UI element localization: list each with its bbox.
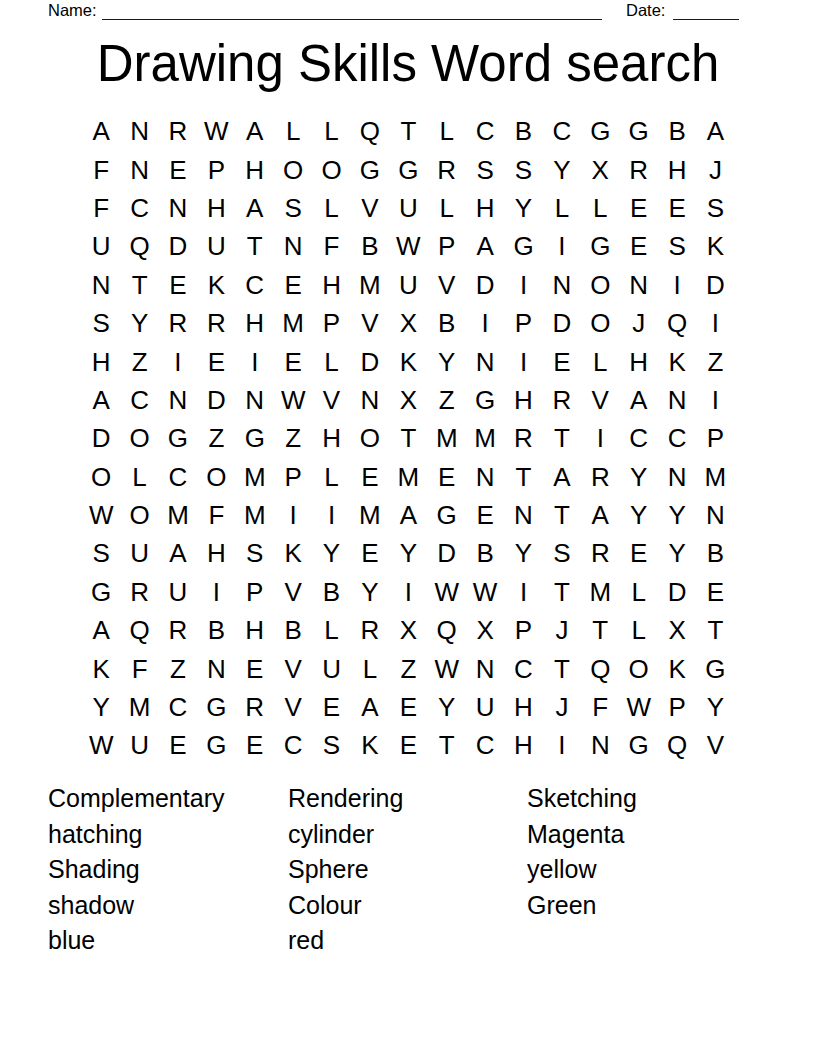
grid-cell[interactable]: O (120, 419, 158, 457)
grid-cell[interactable]: E (619, 189, 657, 227)
word-list-item: red (288, 923, 403, 959)
grid-cell[interactable]: P (504, 304, 542, 342)
grid-cell[interactable]: H (236, 304, 274, 342)
grid-cell[interactable]: E (696, 573, 734, 611)
grid-cell[interactable]: E (274, 342, 312, 380)
grid-cell[interactable]: R (543, 381, 581, 419)
grid-cell[interactable]: L (428, 189, 466, 227)
date-label: Date: (626, 1, 665, 19)
grid-cell[interactable]: U (389, 266, 427, 304)
grid-cell[interactable]: I (504, 266, 542, 304)
grid-cell[interactable]: U (82, 227, 120, 265)
grid-cell[interactable]: E (351, 534, 389, 572)
grid-cell[interactable]: L (428, 112, 466, 150)
grid-cell[interactable]: D (658, 573, 696, 611)
grid-cell[interactable]: U (120, 534, 158, 572)
grid-cell[interactable]: C (543, 112, 581, 150)
grid-cell[interactable]: N (351, 381, 389, 419)
grid-cell[interactable]: O (197, 458, 235, 496)
grid-cell[interactable]: Y (428, 688, 466, 726)
grid-cell[interactable]: R (159, 112, 197, 150)
grid-cell[interactable]: I (696, 381, 734, 419)
grid-cell[interactable]: G (197, 688, 235, 726)
grid-cell[interactable]: S (466, 150, 504, 188)
grid-cell[interactable]: R (504, 419, 542, 457)
grid-cell[interactable]: B (428, 304, 466, 342)
grid-cell[interactable]: I (696, 304, 734, 342)
grid-cell[interactable]: U (466, 688, 504, 726)
grid-cell[interactable]: A (351, 688, 389, 726)
grid-cell[interactable]: N (696, 496, 734, 534)
grid-cell[interactable]: S (696, 189, 734, 227)
grid-cell[interactable]: W (274, 381, 312, 419)
grid-cell[interactable]: W (466, 573, 504, 611)
grid-cell[interactable]: Q (581, 649, 619, 687)
grid-cell[interactable]: L (543, 189, 581, 227)
grid-cell[interactable]: C (658, 419, 696, 457)
word-list-item: Green (527, 888, 637, 924)
grid-cell[interactable]: D (82, 419, 120, 457)
grid-cell[interactable]: E (159, 150, 197, 188)
grid-cell[interactable]: K (274, 534, 312, 572)
grid-cell[interactable]: N (236, 381, 274, 419)
word-list-column-2: RenderingcylinderSphereColourred (288, 781, 403, 959)
grid-cell[interactable]: M (389, 458, 427, 496)
grid-cell[interactable]: G (389, 150, 427, 188)
grid-cell[interactable]: N (581, 726, 619, 764)
grid-cell[interactable]: J (696, 150, 734, 188)
grid-cell[interactable]: A (82, 611, 120, 649)
grid-cell[interactable]: M (696, 458, 734, 496)
grid-cell[interactable]: G (159, 419, 197, 457)
grid-cell[interactable]: I (581, 419, 619, 457)
grid-cell[interactable]: A (82, 381, 120, 419)
grid-cell[interactable]: E (466, 496, 504, 534)
grid-cell[interactable]: Z (197, 419, 235, 457)
grid-cell[interactable]: U (197, 227, 235, 265)
grid-cell[interactable]: C (159, 458, 197, 496)
grid-cell[interactable]: I (504, 573, 542, 611)
grid-cell[interactable]: G (351, 150, 389, 188)
grid-cell[interactable]: F (82, 189, 120, 227)
grid-cell[interactable]: Y (543, 150, 581, 188)
grid-cell[interactable]: Y (389, 534, 427, 572)
grid-cell[interactable]: L (312, 342, 350, 380)
grid-cell[interactable]: T (696, 611, 734, 649)
grid-cell[interactable]: D (543, 304, 581, 342)
grid-cell[interactable]: A (543, 458, 581, 496)
grid-cell[interactable]: X (658, 611, 696, 649)
grid-cell[interactable]: E (619, 534, 657, 572)
grid-cell[interactable]: N (274, 227, 312, 265)
grid-cell[interactable]: Y (619, 496, 657, 534)
grid-cell[interactable]: F (581, 688, 619, 726)
grid-cell[interactable]: Q (658, 726, 696, 764)
grid-cell[interactable]: C (466, 726, 504, 764)
grid-cell[interactable]: U (159, 573, 197, 611)
grid-cell[interactable]: T (389, 419, 427, 457)
word-list-item: cylinder (288, 817, 403, 853)
grid-cell[interactable]: M (236, 458, 274, 496)
grid-cell[interactable]: M (351, 266, 389, 304)
grid-cell[interactable]: S (658, 227, 696, 265)
grid-cell[interactable]: L (312, 112, 350, 150)
grid-cell[interactable]: M (466, 419, 504, 457)
grid-cell[interactable]: L (120, 458, 158, 496)
grid-cell[interactable]: V (274, 573, 312, 611)
grid-cell[interactable]: I (274, 496, 312, 534)
grid-cell[interactable]: H (504, 688, 542, 726)
grid-cell[interactable]: G (236, 419, 274, 457)
grid-cell[interactable]: N (120, 112, 158, 150)
grid-cell[interactable]: O (581, 304, 619, 342)
grid-cell[interactable]: R (581, 458, 619, 496)
grid-cell[interactable]: Y (658, 534, 696, 572)
grid-cell[interactable]: A (236, 189, 274, 227)
grid-cell[interactable]: Y (696, 688, 734, 726)
grid-cell[interactable]: E (351, 458, 389, 496)
grid-cell[interactable]: D (159, 227, 197, 265)
grid-cell[interactable]: X (581, 150, 619, 188)
name-input-line[interactable] (102, 19, 602, 20)
grid-cell[interactable]: Q (351, 112, 389, 150)
grid-cell[interactable]: F (120, 649, 158, 687)
grid-cell[interactable]: Z (159, 649, 197, 687)
grid-cell[interactable]: C (274, 726, 312, 764)
grid-cell[interactable]: R (159, 304, 197, 342)
grid-cell[interactable]: C (504, 649, 542, 687)
grid-cell[interactable]: L (581, 342, 619, 380)
grid-cell[interactable]: G (696, 649, 734, 687)
grid-cell[interactable]: B (696, 534, 734, 572)
grid-cell[interactable]: R (428, 150, 466, 188)
grid-cell[interactable]: G (197, 726, 235, 764)
grid-cell[interactable]: A (389, 496, 427, 534)
grid-cell[interactable]: O (581, 266, 619, 304)
grid-cell[interactable]: Y (351, 573, 389, 611)
grid-cell[interactable]: W (389, 227, 427, 265)
grid-cell[interactable]: Y (312, 534, 350, 572)
grid-cell[interactable]: G (619, 112, 657, 150)
grid-cell[interactable]: K (658, 342, 696, 380)
grid-cell[interactable]: C (159, 688, 197, 726)
grid-cell[interactable]: S (82, 534, 120, 572)
grid-cell[interactable]: I (543, 726, 581, 764)
grid-cell[interactable]: I (197, 573, 235, 611)
grid-cell[interactable]: L (351, 649, 389, 687)
grid-cell[interactable]: N (466, 458, 504, 496)
grid-cell[interactable]: X (389, 304, 427, 342)
grid-cell[interactable]: G (581, 112, 619, 150)
grid-cell[interactable]: W (619, 688, 657, 726)
grid-cell[interactable]: Y (120, 304, 158, 342)
grid-cell[interactable]: Y (504, 534, 542, 572)
grid-cell[interactable]: O (274, 150, 312, 188)
grid-cell[interactable]: I (504, 342, 542, 380)
grid-cell[interactable]: L (619, 573, 657, 611)
grid-cell[interactable]: O (82, 458, 120, 496)
grid-cell[interactable]: T (236, 227, 274, 265)
grid-cell[interactable]: F (312, 227, 350, 265)
grid-cell[interactable]: O (619, 649, 657, 687)
grid-cell[interactable]: A (696, 112, 734, 150)
grid-cell[interactable]: V (351, 304, 389, 342)
grid-cell[interactable]: B (197, 611, 235, 649)
grid-cell[interactable]: T (581, 611, 619, 649)
grid-cell[interactable]: R (581, 534, 619, 572)
grid-cell[interactable]: E (236, 726, 274, 764)
grid-cell[interactable]: R (619, 150, 657, 188)
grid-cell[interactable]: N (658, 381, 696, 419)
word-list: ComplementaryhatchingShadingshadowblue R… (0, 781, 816, 981)
grid-cell[interactable]: N (619, 266, 657, 304)
grid-cell[interactable]: K (389, 342, 427, 380)
grid-cell[interactable]: K (658, 649, 696, 687)
grid-cell[interactable]: P (197, 150, 235, 188)
grid-cell[interactable]: H (197, 189, 235, 227)
grid-cell[interactable]: A (466, 227, 504, 265)
grid-cell[interactable]: M (581, 573, 619, 611)
grid-cell[interactable]: N (159, 381, 197, 419)
grid-cell[interactable]: N (120, 150, 158, 188)
grid-cell[interactable]: G (619, 726, 657, 764)
grid-cell[interactable]: M (159, 496, 197, 534)
grid-cell[interactable]: Z (696, 342, 734, 380)
grid-cell[interactable]: C (120, 381, 158, 419)
grid-cell[interactable]: K (351, 726, 389, 764)
grid-cell[interactable]: M (120, 688, 158, 726)
grid-cell[interactable]: E (428, 458, 466, 496)
grid-cell[interactable]: H (504, 726, 542, 764)
grid-cell[interactable]: B (312, 573, 350, 611)
grid-cell[interactable]: U (312, 649, 350, 687)
grid-cell[interactable]: Z (120, 342, 158, 380)
grid-cell[interactable]: H (619, 342, 657, 380)
grid-cell[interactable]: H (236, 150, 274, 188)
grid-cell[interactable]: V (274, 649, 312, 687)
grid-cell[interactable]: H (312, 419, 350, 457)
grid-cell[interactable]: V (428, 266, 466, 304)
grid-cell[interactable]: I (543, 227, 581, 265)
grid-cell[interactable]: S (543, 534, 581, 572)
grid-cell[interactable]: S (236, 534, 274, 572)
grid-cell[interactable]: R (159, 611, 197, 649)
grid-cell[interactable]: I (159, 342, 197, 380)
grid-cell[interactable]: E (236, 649, 274, 687)
grid-cell[interactable]: X (466, 611, 504, 649)
grid-cell[interactable]: P (274, 458, 312, 496)
grid-cell[interactable]: D (466, 266, 504, 304)
grid-cell[interactable]: H (504, 381, 542, 419)
grid-cell[interactable]: M (351, 496, 389, 534)
grid-cell[interactable]: W (197, 112, 235, 150)
grid-cell[interactable]: F (82, 150, 120, 188)
grid-cell[interactable]: K (696, 227, 734, 265)
grid-cell[interactable]: Z (389, 649, 427, 687)
grid-cell[interactable]: W (82, 726, 120, 764)
grid-cell[interactable]: D (428, 534, 466, 572)
grid-cell[interactable]: H (658, 150, 696, 188)
grid-cell[interactable]: L (619, 611, 657, 649)
grid-cell[interactable]: V (351, 189, 389, 227)
grid-cell[interactable]: T (543, 649, 581, 687)
grid-cell[interactable]: Y (82, 688, 120, 726)
grid-cell[interactable]: E (619, 227, 657, 265)
grid-cell[interactable]: K (82, 649, 120, 687)
grid-cell[interactable]: N (466, 649, 504, 687)
grid-cell[interactable]: T (389, 112, 427, 150)
grid-cell[interactable]: U (120, 726, 158, 764)
grid-cell[interactable]: E (274, 266, 312, 304)
grid-cell[interactable]: F (197, 496, 235, 534)
grid-cell[interactable]: T (428, 726, 466, 764)
grid-cell[interactable]: P (504, 611, 542, 649)
grid-cell[interactable]: V (312, 381, 350, 419)
grid-cell[interactable]: G (428, 496, 466, 534)
grid-cell[interactable]: H (466, 189, 504, 227)
grid-cell[interactable]: H (312, 266, 350, 304)
grid-cell[interactable]: E (312, 688, 350, 726)
grid-cell[interactable]: B (274, 611, 312, 649)
grid-cell[interactable]: S (274, 189, 312, 227)
grid-cell[interactable]: J (543, 611, 581, 649)
grid-cell[interactable]: I (389, 573, 427, 611)
grid-cell[interactable]: W (428, 649, 466, 687)
word-list-item: Sketching (527, 781, 637, 817)
grid-cell[interactable]: T (543, 573, 581, 611)
grid-cell[interactable]: Z (428, 381, 466, 419)
grid-cell[interactable]: Y (619, 458, 657, 496)
grid-cell[interactable]: S (312, 726, 350, 764)
grid-cell[interactable]: R (120, 573, 158, 611)
grid-cell[interactable]: N (543, 266, 581, 304)
grid-cell[interactable]: V (581, 381, 619, 419)
grid-cell[interactable]: L (312, 611, 350, 649)
grid-cell[interactable]: M (236, 496, 274, 534)
grid-cell[interactable]: R (197, 304, 235, 342)
grid-cell[interactable]: A (159, 534, 197, 572)
grid-cell[interactable]: T (543, 419, 581, 457)
grid-cell[interactable]: T (504, 458, 542, 496)
grid-cell[interactable]: H (197, 534, 235, 572)
grid-cell[interactable]: S (82, 304, 120, 342)
grid-cell[interactable]: Y (658, 496, 696, 534)
date-input-line[interactable] (673, 19, 739, 20)
grid-cell[interactable]: L (581, 189, 619, 227)
grid-cell[interactable]: Q (120, 611, 158, 649)
grid-cell[interactable]: Z (274, 419, 312, 457)
grid-cell[interactable]: U (389, 189, 427, 227)
grid-cell[interactable]: H (236, 611, 274, 649)
grid-cell[interactable]: A (82, 112, 120, 150)
grid-cell[interactable]: I (236, 342, 274, 380)
grid-cell[interactable]: N (197, 649, 235, 687)
grid-cell[interactable]: I (658, 266, 696, 304)
grid-cell[interactable]: A (236, 112, 274, 150)
grid-cell[interactable]: I (466, 304, 504, 342)
grid-cell[interactable]: X (389, 381, 427, 419)
grid-cell[interactable]: D (696, 266, 734, 304)
grid-cell[interactable]: P (428, 227, 466, 265)
grid-cell[interactable]: O (312, 150, 350, 188)
grid-cell[interactable]: N (82, 266, 120, 304)
grid-cell[interactable]: A (619, 381, 657, 419)
grid-cell[interactable]: E (389, 688, 427, 726)
grid-cell[interactable]: T (543, 496, 581, 534)
grid-cell[interactable]: N (504, 496, 542, 534)
grid-cell[interactable]: G (581, 227, 619, 265)
grid-cell[interactable]: L (312, 458, 350, 496)
grid-cell[interactable]: M (274, 304, 312, 342)
grid-cell[interactable]: E (389, 726, 427, 764)
grid-cell[interactable]: E (197, 342, 235, 380)
grid-cell[interactable]: V (696, 726, 734, 764)
grid-cell[interactable]: Q (658, 304, 696, 342)
grid-cell[interactable]: C (619, 419, 657, 457)
grid-cell[interactable]: S (504, 150, 542, 188)
grid-cell[interactable]: E (543, 342, 581, 380)
grid-cell[interactable]: H (82, 342, 120, 380)
grid-cell[interactable]: C (236, 266, 274, 304)
grid-cell[interactable]: D (197, 381, 235, 419)
grid-cell[interactable]: C (466, 112, 504, 150)
grid-cell[interactable]: N (658, 458, 696, 496)
grid-cell[interactable]: I (312, 496, 350, 534)
grid-cell[interactable]: B (504, 112, 542, 150)
grid-cell[interactable]: J (543, 688, 581, 726)
grid-cell[interactable]: Y (428, 342, 466, 380)
word-list-column-3: SketchingMagentayellowGreen (527, 781, 637, 923)
grid-cell[interactable]: E (159, 726, 197, 764)
grid-cell[interactable]: E (159, 266, 197, 304)
grid-cell[interactable]: R (236, 688, 274, 726)
grid-cell[interactable]: B (658, 112, 696, 150)
grid-cell[interactable]: Q (120, 227, 158, 265)
grid-cell[interactable]: D (351, 342, 389, 380)
grid-cell[interactable]: L (312, 189, 350, 227)
grid-cell[interactable]: B (466, 534, 504, 572)
grid-cell[interactable]: E (658, 189, 696, 227)
grid-cell[interactable]: B (351, 227, 389, 265)
grid-cell[interactable]: G (466, 381, 504, 419)
grid-cell[interactable]: A (581, 496, 619, 534)
grid-cell[interactable]: C (120, 189, 158, 227)
grid-cell[interactable]: V (274, 688, 312, 726)
grid-cell[interactable]: N (466, 342, 504, 380)
grid-cell[interactable]: P (696, 419, 734, 457)
word-list-item: Complementary (48, 781, 224, 817)
grid-cell[interactable]: G (504, 227, 542, 265)
grid-cell[interactable]: P (312, 304, 350, 342)
grid-cell[interactable]: J (619, 304, 657, 342)
grid-cell[interactable]: P (658, 688, 696, 726)
grid-cell[interactable]: M (428, 419, 466, 457)
grid-cell[interactable]: T (120, 266, 158, 304)
grid-cell[interactable]: W (82, 496, 120, 534)
grid-cell[interactable]: R (351, 611, 389, 649)
grid-cell[interactable]: K (197, 266, 235, 304)
grid-cell[interactable]: O (120, 496, 158, 534)
grid-cell[interactable]: W (428, 573, 466, 611)
grid-cell[interactable]: Y (504, 189, 542, 227)
grid-cell[interactable]: L (274, 112, 312, 150)
grid-cell[interactable]: Q (428, 611, 466, 649)
grid-cell[interactable]: G (82, 573, 120, 611)
grid-cell[interactable]: O (351, 419, 389, 457)
grid-cell[interactable]: P (236, 573, 274, 611)
grid-cell[interactable]: N (159, 189, 197, 227)
grid-cell[interactable]: X (389, 611, 427, 649)
